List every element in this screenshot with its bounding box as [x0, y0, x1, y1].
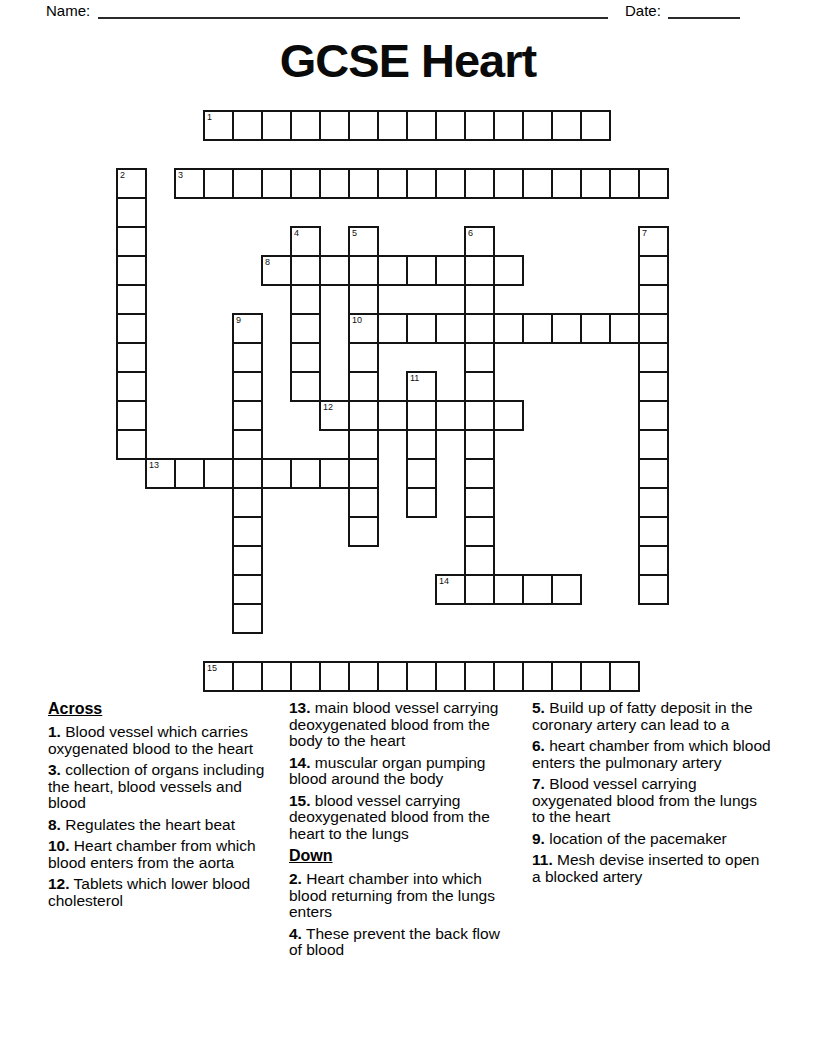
clue-number: 7 [642, 228, 647, 238]
grid-cell[interactable] [522, 661, 553, 692]
grid-cell[interactable] [232, 400, 263, 431]
grid-cell[interactable] [464, 371, 495, 402]
grid-cell[interactable] [522, 574, 553, 605]
name-blank-line [98, 2, 608, 19]
grid-cell[interactable] [464, 400, 495, 431]
grid-cell[interactable] [290, 284, 321, 315]
grid-cell[interactable] [464, 661, 495, 692]
grid-cell[interactable] [522, 110, 553, 141]
grid-cell[interactable]: 2 [116, 168, 147, 199]
grid-cell[interactable] [348, 661, 379, 692]
clue-number: 11 [410, 373, 419, 383]
grid-cell[interactable] [464, 342, 495, 373]
grid-cell[interactable] [348, 284, 379, 315]
date-blank-line [668, 2, 740, 19]
grid-cell[interactable] [435, 400, 466, 431]
grid-cell[interactable] [116, 255, 147, 286]
grid-cell[interactable] [435, 168, 466, 199]
clue-3: 3. collection of organs including the he… [48, 762, 276, 812]
grid-cell[interactable] [348, 371, 379, 402]
grid-cell[interactable] [174, 458, 205, 489]
grid-cell[interactable] [377, 661, 408, 692]
grid-cell[interactable] [232, 603, 263, 634]
grid-cell[interactable] [232, 429, 263, 460]
down-header: Down [289, 847, 511, 865]
grid-cell[interactable] [348, 458, 379, 489]
grid-cell[interactable] [638, 284, 669, 315]
grid-cell[interactable] [493, 313, 524, 344]
grid-cell[interactable] [638, 545, 669, 576]
grid-cell[interactable]: 8 [261, 255, 292, 286]
grid-cell[interactable] [290, 168, 321, 199]
grid-cell[interactable] [638, 458, 669, 489]
grid-cell[interactable] [638, 487, 669, 518]
grid-cell[interactable] [638, 168, 669, 199]
grid-cell[interactable] [464, 429, 495, 460]
clue-6: 6. heart chamber from which blood enters… [532, 738, 772, 771]
clue-number: 5 [352, 228, 357, 238]
grid-cell[interactable] [261, 168, 292, 199]
grid-cell[interactable]: 1 [203, 110, 234, 141]
grid-cell[interactable] [232, 661, 263, 692]
clue-8: 8. Regulates the heart beat [48, 817, 276, 834]
grid-cell[interactable]: 12 [319, 400, 350, 431]
grid-cell[interactable] [522, 168, 553, 199]
clue-7: 7. Blood vessel carrying oxygenated bloo… [532, 776, 772, 826]
grid-cell[interactable] [464, 574, 495, 605]
grid-cell[interactable] [377, 255, 408, 286]
grid-cell[interactable] [319, 168, 350, 199]
grid-cell[interactable] [638, 313, 669, 344]
clue-number: 8 [265, 257, 270, 267]
clue-4: 4. These prevent the back flow of blood [289, 926, 511, 959]
grid-cell[interactable] [493, 661, 524, 692]
grid-cell[interactable] [406, 429, 437, 460]
clue-14: 14. muscular organ pumping blood around … [289, 755, 511, 788]
clue-15: 15. blood vessel carrying deoxygenated b… [289, 793, 511, 843]
grid-cell[interactable] [406, 168, 437, 199]
name-label: Name: [46, 2, 90, 19]
clue-2: 2. Heart chamber into which blood return… [289, 871, 511, 921]
grid-cell[interactable] [406, 313, 437, 344]
clue-number: 15 [207, 663, 217, 673]
grid-cell[interactable] [406, 400, 437, 431]
grid-cell[interactable] [435, 313, 466, 344]
grid-cell[interactable] [493, 110, 524, 141]
grid-cell[interactable] [551, 574, 582, 605]
grid-cell[interactable]: 10 [348, 313, 379, 344]
clue-9: 9. location of the pacemaker [532, 831, 772, 848]
grid-cell[interactable] [609, 313, 640, 344]
grid-cell[interactable] [319, 661, 350, 692]
grid-cell[interactable] [319, 255, 350, 286]
across-header: Across [48, 700, 276, 718]
grid-cell[interactable] [348, 516, 379, 547]
worksheet-page: Name: Date: GCSE Heart 12345678910111213… [0, 0, 816, 1056]
clue-5: 5. Build up of fatty deposit in the coro… [532, 700, 772, 733]
clue-number: 4 [294, 228, 299, 238]
grid-cell[interactable] [377, 168, 408, 199]
grid-cell[interactable] [580, 110, 611, 141]
grid-cell[interactable] [551, 313, 582, 344]
grid-cell[interactable] [406, 458, 437, 489]
grid-cell[interactable] [290, 458, 321, 489]
clue-number: 12 [323, 402, 333, 412]
grid-cell[interactable] [464, 255, 495, 286]
grid-cell[interactable] [406, 255, 437, 286]
grid-cell[interactable] [638, 371, 669, 402]
grid-cell[interactable] [232, 168, 263, 199]
grid-cell[interactable] [232, 545, 263, 576]
grid-cell[interactable]: 13 [145, 458, 176, 489]
grid-cell[interactable] [290, 661, 321, 692]
grid-cell[interactable] [464, 110, 495, 141]
grid-cell[interactable] [290, 371, 321, 402]
grid-cell[interactable] [348, 342, 379, 373]
clues-column-3: 5. Build up of fatty deposit in the coro… [532, 700, 772, 890]
grid-cell[interactable] [290, 342, 321, 373]
grid-cell[interactable]: 7 [638, 226, 669, 257]
grid-cell[interactable] [232, 458, 263, 489]
grid-cell[interactable]: 6 [464, 226, 495, 257]
grid-cell[interactable] [464, 516, 495, 547]
clue-number: 2 [120, 170, 125, 180]
clues-column-1: Across1. Blood vessel which carries oxyg… [48, 700, 276, 914]
grid-cell[interactable] [493, 255, 524, 286]
grid-cell[interactable] [348, 110, 379, 141]
grid-cell[interactable] [348, 255, 379, 286]
grid-cell[interactable] [116, 342, 147, 373]
grid-cell[interactable] [116, 197, 147, 228]
grid-cell[interactable] [609, 661, 640, 692]
grid-cell[interactable] [464, 487, 495, 518]
grid-cell[interactable] [464, 545, 495, 576]
grid-cell[interactable] [580, 313, 611, 344]
clue-number: 1 [207, 112, 212, 122]
grid-cell[interactable] [232, 342, 263, 373]
grid-cell[interactable] [551, 110, 582, 141]
grid-cell[interactable] [348, 487, 379, 518]
grid-cell[interactable] [638, 255, 669, 286]
grid-cell[interactable] [116, 313, 147, 344]
grid-cell[interactable] [377, 313, 408, 344]
grid-cell[interactable] [493, 574, 524, 605]
grid-cell[interactable] [290, 110, 321, 141]
date-label: Date: [625, 2, 661, 19]
grid-cell[interactable]: 14 [435, 574, 466, 605]
grid-cell[interactable] [232, 516, 263, 547]
grid-cell[interactable] [435, 110, 466, 141]
grid-cell[interactable] [406, 661, 437, 692]
clue-12: 12. Tablets which lower blood cholestero… [48, 876, 276, 909]
grid-cell[interactable] [261, 661, 292, 692]
clue-11: 11. Mesh devise inserted to open a block… [532, 852, 772, 885]
grid-cell[interactable] [464, 313, 495, 344]
grid-cell[interactable] [203, 168, 234, 199]
grid-cell[interactable] [116, 284, 147, 315]
grid-cell[interactable] [609, 168, 640, 199]
grid-cell[interactable] [638, 400, 669, 431]
grid-cell[interactable] [522, 313, 553, 344]
grid-cell[interactable]: 4 [290, 226, 321, 257]
clues-column-2: 13. main blood vessel carrying deoxygena… [289, 700, 511, 964]
grid-cell[interactable] [580, 661, 611, 692]
clue-number: 9 [236, 315, 241, 325]
grid-cell[interactable] [232, 110, 263, 141]
crossword-grid: 123456789101112131415 [117, 111, 668, 691]
grid-cell[interactable] [377, 400, 408, 431]
grid-cell[interactable] [551, 168, 582, 199]
grid-cell[interactable]: 5 [348, 226, 379, 257]
grid-cell[interactable] [638, 516, 669, 547]
grid-cell[interactable] [406, 487, 437, 518]
grid-cell[interactable] [348, 168, 379, 199]
grid-cell[interactable] [232, 574, 263, 605]
clue-1: 1. Blood vessel which carries oxygenated… [48, 724, 276, 757]
grid-cell[interactable] [232, 487, 263, 518]
clue-number: 13 [149, 460, 159, 470]
grid-cell[interactable] [638, 342, 669, 373]
grid-cell[interactable] [116, 371, 147, 402]
grid-cell[interactable] [116, 429, 147, 460]
grid-cell[interactable] [435, 255, 466, 286]
grid-cell[interactable] [348, 429, 379, 460]
grid-cell[interactable] [406, 110, 437, 141]
grid-cell[interactable] [464, 458, 495, 489]
grid-cell[interactable]: 11 [406, 371, 437, 402]
grid-cell[interactable] [377, 110, 408, 141]
grid-cell[interactable] [319, 458, 350, 489]
grid-cell[interactable] [638, 574, 669, 605]
grid-cell[interactable] [116, 226, 147, 257]
grid-cell[interactable] [290, 313, 321, 344]
grid-cell[interactable] [464, 168, 495, 199]
clue-number: 10 [352, 315, 362, 325]
grid-cell[interactable] [232, 371, 263, 402]
grid-cell[interactable] [290, 255, 321, 286]
grid-cell[interactable]: 3 [174, 168, 205, 199]
clue-number: 6 [468, 228, 473, 238]
grid-cell[interactable]: 9 [232, 313, 263, 344]
grid-cell[interactable] [348, 400, 379, 431]
grid-cell[interactable] [435, 661, 466, 692]
grid-cell[interactable] [493, 400, 524, 431]
clue-number: 14 [439, 576, 449, 586]
clue-10: 10. Heart chamber from which blood enter… [48, 838, 276, 871]
grid-cell[interactable]: 15 [203, 661, 234, 692]
grid-cell[interactable] [261, 458, 292, 489]
grid-cell[interactable] [261, 110, 292, 141]
clue-number: 3 [178, 170, 183, 180]
page-title: GCSE Heart [0, 33, 816, 88]
grid-cell[interactable] [203, 458, 234, 489]
grid-cell[interactable] [319, 110, 350, 141]
grid-cell[interactable] [116, 400, 147, 431]
grid-cell[interactable] [551, 661, 582, 692]
clue-13: 13. main blood vessel carrying deoxygena… [289, 700, 511, 750]
grid-cell[interactable] [638, 429, 669, 460]
grid-cell[interactable] [464, 284, 495, 315]
grid-cell[interactable] [580, 168, 611, 199]
grid-cell[interactable] [493, 168, 524, 199]
